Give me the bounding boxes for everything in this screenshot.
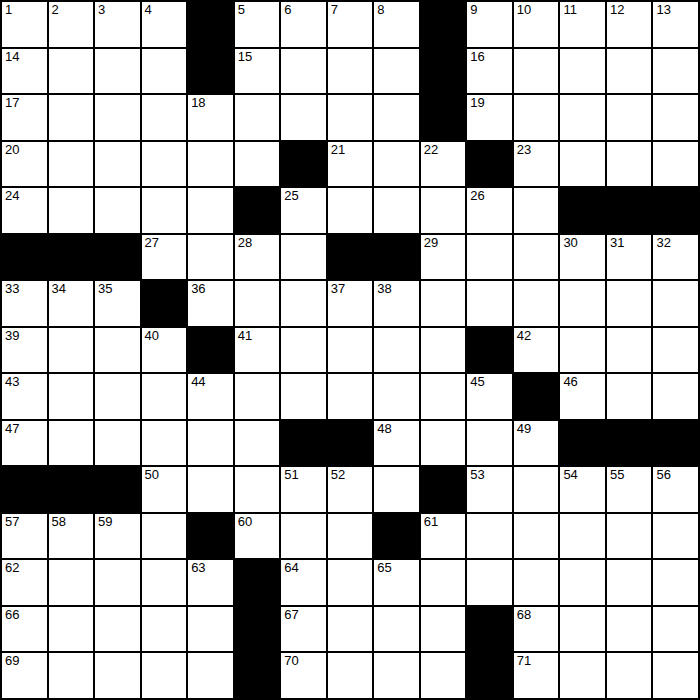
clue-number-23: 23 — [517, 142, 531, 157]
black-cell-r11c1 — [2, 467, 47, 512]
white-cell-r3c8[interactable] — [328, 95, 373, 140]
white-cell-r15c7[interactable]: 70 — [281, 653, 326, 698]
white-cell-r3c5[interactable]: 18 — [188, 95, 233, 140]
white-cell-r14c15[interactable] — [653, 607, 698, 652]
white-cell-r2c8[interactable] — [328, 49, 373, 94]
white-cell-r2c2[interactable] — [49, 49, 94, 94]
white-cell-r6c15[interactable]: 32 — [653, 235, 698, 280]
white-cell-r10c1[interactable]: 47 — [2, 421, 47, 466]
white-cell-r1c7[interactable]: 6 — [281, 2, 326, 47]
white-cell-r9c15[interactable] — [653, 374, 698, 419]
clue-number-65: 65 — [377, 560, 391, 575]
white-cell-r15c12[interactable]: 71 — [514, 653, 559, 698]
white-cell-r8c15[interactable] — [653, 328, 698, 373]
white-cell-r2c6[interactable]: 15 — [235, 49, 280, 94]
white-cell-r3c12[interactable] — [514, 95, 559, 140]
white-cell-r13c14[interactable] — [607, 560, 652, 605]
clue-number-56: 56 — [656, 467, 670, 482]
clue-number-45: 45 — [470, 374, 484, 389]
white-cell-r15c8[interactable] — [328, 653, 373, 698]
white-cell-r11c4[interactable]: 50 — [142, 467, 187, 512]
black-cell-r8c11 — [467, 328, 512, 373]
white-cell-r9c5[interactable]: 44 — [188, 374, 233, 419]
white-cell-r14c2[interactable] — [49, 607, 94, 652]
white-cell-r4c2[interactable] — [49, 142, 94, 187]
white-cell-r1c1[interactable]: 1 — [2, 2, 47, 47]
white-cell-r1c9[interactable]: 8 — [374, 2, 419, 47]
white-cell-r14c8[interactable] — [328, 607, 373, 652]
clue-number-37: 37 — [331, 281, 345, 296]
white-cell-r11c13[interactable]: 54 — [560, 467, 605, 512]
white-cell-r14c13[interactable] — [560, 607, 605, 652]
white-cell-r3c11[interactable]: 19 — [467, 95, 512, 140]
clue-number-10: 10 — [517, 2, 531, 17]
white-cell-r12c7[interactable] — [281, 514, 326, 559]
black-cell-r6c2 — [49, 235, 94, 280]
white-cell-r12c1[interactable]: 57 — [2, 514, 47, 559]
white-cell-r12c3[interactable]: 59 — [95, 514, 140, 559]
white-cell-r4c1[interactable]: 20 — [2, 142, 47, 187]
white-cell-r1c4[interactable]: 4 — [142, 2, 187, 47]
white-cell-r10c2[interactable] — [49, 421, 94, 466]
black-cell-r8c5 — [188, 328, 233, 373]
white-cell-r15c2[interactable] — [49, 653, 94, 698]
white-cell-r4c8[interactable]: 21 — [328, 142, 373, 187]
clue-number-40: 40 — [145, 328, 159, 343]
clue-number-69: 69 — [5, 653, 19, 668]
white-cell-r4c13[interactable] — [560, 142, 605, 187]
clue-number-3: 3 — [98, 2, 105, 17]
white-cell-r6c13[interactable]: 30 — [560, 235, 605, 280]
white-cell-r13c4[interactable] — [142, 560, 187, 605]
white-cell-r12c8[interactable] — [328, 514, 373, 559]
black-cell-r14c6 — [235, 607, 280, 652]
white-cell-r4c4[interactable] — [142, 142, 187, 187]
clue-number-60: 60 — [238, 514, 252, 529]
white-cell-r1c14[interactable]: 12 — [607, 2, 652, 47]
clue-number-57: 57 — [5, 514, 19, 529]
white-cell-r6c11[interactable] — [467, 235, 512, 280]
white-cell-r4c12[interactable]: 23 — [514, 142, 559, 187]
black-cell-r10c7 — [281, 421, 326, 466]
white-cell-r2c9[interactable] — [374, 49, 419, 94]
white-cell-r14c5[interactable] — [188, 607, 233, 652]
white-cell-r10c6[interactable] — [235, 421, 280, 466]
white-cell-r15c4[interactable] — [142, 653, 187, 698]
white-cell-r15c10[interactable] — [421, 653, 466, 698]
white-cell-r5c11[interactable]: 26 — [467, 188, 512, 233]
clue-number-5: 5 — [238, 2, 245, 17]
clue-number-43: 43 — [5, 374, 19, 389]
white-cell-r15c13[interactable] — [560, 653, 605, 698]
black-cell-r10c8 — [328, 421, 373, 466]
black-cell-r7c4 — [142, 281, 187, 326]
white-cell-r1c8[interactable]: 7 — [328, 2, 373, 47]
white-cell-r13c11[interactable] — [467, 560, 512, 605]
white-cell-r8c3[interactable] — [95, 328, 140, 373]
white-cell-r10c11[interactable] — [467, 421, 512, 466]
white-cell-r9c14[interactable] — [607, 374, 652, 419]
white-cell-r3c14[interactable] — [607, 95, 652, 140]
black-cell-r15c6 — [235, 653, 280, 698]
white-cell-r13c15[interactable] — [653, 560, 698, 605]
clue-number-61: 61 — [424, 514, 438, 529]
clue-number-39: 39 — [5, 328, 19, 343]
black-cell-r6c1 — [2, 235, 47, 280]
clue-number-33: 33 — [5, 281, 19, 296]
white-cell-r9c1[interactable]: 43 — [2, 374, 47, 419]
clue-number-46: 46 — [563, 374, 577, 389]
white-cell-r8c14[interactable] — [607, 328, 652, 373]
black-cell-r9c12 — [514, 374, 559, 419]
clue-number-44: 44 — [191, 374, 205, 389]
white-cell-r7c12[interactable] — [514, 281, 559, 326]
black-cell-r14c11 — [467, 607, 512, 652]
white-cell-r10c10[interactable] — [421, 421, 466, 466]
clue-number-53: 53 — [470, 467, 484, 482]
white-cell-r11c14[interactable]: 55 — [607, 467, 652, 512]
white-cell-r7c3[interactable]: 35 — [95, 281, 140, 326]
white-cell-r8c8[interactable] — [328, 328, 373, 373]
white-cell-r15c14[interactable] — [607, 653, 652, 698]
white-cell-r14c10[interactable] — [421, 607, 466, 652]
white-cell-r11c15[interactable]: 56 — [653, 467, 698, 512]
white-cell-r10c12[interactable]: 49 — [514, 421, 559, 466]
white-cell-r4c5[interactable] — [188, 142, 233, 187]
clue-number-63: 63 — [191, 560, 205, 575]
white-cell-r5c10[interactable] — [421, 188, 466, 233]
clue-number-16: 16 — [470, 49, 484, 64]
white-cell-r1c3[interactable]: 3 — [95, 2, 140, 47]
clue-number-52: 52 — [331, 467, 345, 482]
white-cell-r9c9[interactable] — [374, 374, 419, 419]
clue-number-36: 36 — [191, 281, 205, 296]
clue-number-47: 47 — [5, 421, 19, 436]
white-cell-r11c11[interactable]: 53 — [467, 467, 512, 512]
white-cell-r12c4[interactable] — [142, 514, 187, 559]
white-cell-r3c6[interactable] — [235, 95, 280, 140]
white-cell-r7c15[interactable] — [653, 281, 698, 326]
clue-number-18: 18 — [191, 95, 205, 110]
white-cell-r9c2[interactable] — [49, 374, 94, 419]
clue-number-35: 35 — [98, 281, 112, 296]
white-cell-r3c3[interactable] — [95, 95, 140, 140]
black-cell-r11c2 — [49, 467, 94, 512]
clue-number-70: 70 — [284, 653, 298, 668]
white-cell-r14c14[interactable] — [607, 607, 652, 652]
white-cell-r2c7[interactable] — [281, 49, 326, 94]
black-cell-r6c3 — [95, 235, 140, 280]
clue-number-41: 41 — [238, 328, 252, 343]
clue-number-26: 26 — [470, 188, 484, 203]
clue-number-62: 62 — [5, 560, 19, 575]
white-cell-r12c12[interactable] — [514, 514, 559, 559]
black-cell-r4c11 — [467, 142, 512, 187]
clue-number-21: 21 — [331, 142, 345, 157]
black-cell-r1c10 — [421, 2, 466, 47]
white-cell-r9c13[interactable]: 46 — [560, 374, 605, 419]
white-cell-r12c2[interactable]: 58 — [49, 514, 94, 559]
white-cell-r12c11[interactable] — [467, 514, 512, 559]
clue-number-50: 50 — [145, 467, 159, 482]
white-cell-r12c14[interactable] — [607, 514, 652, 559]
clue-number-14: 14 — [5, 49, 19, 64]
white-cell-r7c10[interactable] — [421, 281, 466, 326]
white-cell-r15c9[interactable] — [374, 653, 419, 698]
white-cell-r2c14[interactable] — [607, 49, 652, 94]
black-cell-r5c15 — [653, 188, 698, 233]
black-cell-r10c13 — [560, 421, 605, 466]
black-cell-r15c11 — [467, 653, 512, 698]
clue-number-58: 58 — [52, 514, 66, 529]
white-cell-r6c10[interactable]: 29 — [421, 235, 466, 280]
clue-number-4: 4 — [145, 2, 152, 17]
clue-number-28: 28 — [238, 235, 252, 250]
white-cell-r14c3[interactable] — [95, 607, 140, 652]
clue-number-11: 11 — [563, 2, 577, 17]
white-cell-r1c13[interactable]: 11 — [560, 2, 605, 47]
white-cell-r12c13[interactable] — [560, 514, 605, 559]
white-cell-r3c13[interactable] — [560, 95, 605, 140]
clue-number-71: 71 — [517, 653, 531, 668]
black-cell-r2c10 — [421, 49, 466, 94]
white-cell-r1c2[interactable]: 2 — [49, 2, 94, 47]
white-cell-r8c7[interactable] — [281, 328, 326, 373]
white-cell-r9c6[interactable] — [235, 374, 280, 419]
black-cell-r2c5 — [188, 49, 233, 94]
white-cell-r12c10[interactable]: 61 — [421, 514, 466, 559]
white-cell-r11c8[interactable]: 52 — [328, 467, 373, 512]
black-cell-r5c13 — [560, 188, 605, 233]
white-cell-r7c13[interactable] — [560, 281, 605, 326]
black-cell-r6c9 — [374, 235, 419, 280]
white-cell-r1c6[interactable]: 5 — [235, 2, 280, 47]
white-cell-r7c9[interactable]: 38 — [374, 281, 419, 326]
clue-number-13: 13 — [656, 2, 670, 17]
white-cell-r5c2[interactable] — [49, 188, 94, 233]
white-cell-r15c5[interactable] — [188, 653, 233, 698]
white-cell-r9c8[interactable] — [328, 374, 373, 419]
white-cell-r4c9[interactable] — [374, 142, 419, 187]
white-cell-r6c6[interactable]: 28 — [235, 235, 280, 280]
white-cell-r14c4[interactable] — [142, 607, 187, 652]
white-cell-r11c7[interactable]: 51 — [281, 467, 326, 512]
white-cell-r14c7[interactable]: 67 — [281, 607, 326, 652]
white-cell-r9c4[interactable] — [142, 374, 187, 419]
black-cell-r11c10 — [421, 467, 466, 512]
white-cell-r3c1[interactable]: 17 — [2, 95, 47, 140]
clue-number-68: 68 — [517, 607, 531, 622]
clue-number-54: 54 — [563, 467, 577, 482]
white-cell-r3c9[interactable] — [374, 95, 419, 140]
white-cell-r13c1[interactable]: 62 — [2, 560, 47, 605]
white-cell-r7c7[interactable] — [281, 281, 326, 326]
white-cell-r8c13[interactable] — [560, 328, 605, 373]
white-cell-r8c10[interactable] — [421, 328, 466, 373]
white-cell-r5c4[interactable] — [142, 188, 187, 233]
white-cell-r6c5[interactable] — [188, 235, 233, 280]
white-cell-r12c15[interactable] — [653, 514, 698, 559]
black-cell-r4c7 — [281, 142, 326, 187]
white-cell-r5c7[interactable]: 25 — [281, 188, 326, 233]
clue-number-9: 9 — [470, 2, 477, 17]
white-cell-r3c15[interactable] — [653, 95, 698, 140]
black-cell-r10c15 — [653, 421, 698, 466]
white-cell-r5c1[interactable]: 24 — [2, 188, 47, 233]
white-cell-r13c12[interactable] — [514, 560, 559, 605]
white-cell-r14c12[interactable]: 68 — [514, 607, 559, 652]
clue-number-19: 19 — [470, 95, 484, 110]
black-cell-r6c8 — [328, 235, 373, 280]
white-cell-r2c3[interactable] — [95, 49, 140, 94]
white-cell-r1c15[interactable]: 13 — [653, 2, 698, 47]
white-cell-r4c10[interactable]: 22 — [421, 142, 466, 187]
clue-number-48: 48 — [377, 421, 391, 436]
white-cell-r7c2[interactable]: 34 — [49, 281, 94, 326]
black-cell-r5c6 — [235, 188, 280, 233]
white-cell-r9c11[interactable]: 45 — [467, 374, 512, 419]
clue-number-32: 32 — [656, 235, 670, 250]
white-cell-r8c9[interactable] — [374, 328, 419, 373]
white-cell-r2c13[interactable] — [560, 49, 605, 94]
clue-number-7: 7 — [331, 2, 338, 17]
white-cell-r6c7[interactable] — [281, 235, 326, 280]
clue-number-29: 29 — [424, 235, 438, 250]
white-cell-r4c14[interactable] — [607, 142, 652, 187]
white-cell-r2c4[interactable] — [142, 49, 187, 94]
white-cell-r15c3[interactable] — [95, 653, 140, 698]
clue-number-20: 20 — [5, 142, 19, 157]
white-cell-r6c14[interactable]: 31 — [607, 235, 652, 280]
clue-number-2: 2 — [52, 2, 59, 17]
white-cell-r7c6[interactable] — [235, 281, 280, 326]
white-cell-r8c6[interactable]: 41 — [235, 328, 280, 373]
white-cell-r5c3[interactable] — [95, 188, 140, 233]
white-cell-r13c3[interactable] — [95, 560, 140, 605]
crossword-board: 1234567891011121314151617181920212223242… — [0, 0, 700, 700]
clue-number-6: 6 — [284, 2, 291, 17]
clue-number-42: 42 — [517, 328, 531, 343]
black-cell-r12c5 — [188, 514, 233, 559]
black-cell-r1c5 — [188, 2, 233, 47]
white-cell-r13c13[interactable] — [560, 560, 605, 605]
black-cell-r12c9 — [374, 514, 419, 559]
white-cell-r13c5[interactable]: 63 — [188, 560, 233, 605]
clue-number-51: 51 — [284, 467, 298, 482]
white-cell-r10c5[interactable] — [188, 421, 233, 466]
white-cell-r13c2[interactable] — [49, 560, 94, 605]
white-cell-r11c6[interactable] — [235, 467, 280, 512]
white-cell-r9c10[interactable] — [421, 374, 466, 419]
clue-number-22: 22 — [424, 142, 438, 157]
clue-number-31: 31 — [610, 235, 624, 250]
white-cell-r5c9[interactable] — [374, 188, 419, 233]
clue-number-17: 17 — [5, 95, 19, 110]
clue-number-49: 49 — [517, 421, 531, 436]
black-cell-r11c3 — [95, 467, 140, 512]
white-cell-r6c12[interactable] — [514, 235, 559, 280]
white-cell-r5c8[interactable] — [328, 188, 373, 233]
clue-number-67: 67 — [284, 607, 298, 622]
white-cell-r13c7[interactable]: 64 — [281, 560, 326, 605]
white-cell-r10c9[interactable]: 48 — [374, 421, 419, 466]
white-cell-r4c6[interactable] — [235, 142, 280, 187]
white-cell-r2c11[interactable]: 16 — [467, 49, 512, 94]
white-cell-r4c15[interactable] — [653, 142, 698, 187]
white-cell-r7c5[interactable]: 36 — [188, 281, 233, 326]
white-cell-r9c3[interactable] — [95, 374, 140, 419]
white-cell-r3c2[interactable] — [49, 95, 94, 140]
white-cell-r10c3[interactable] — [95, 421, 140, 466]
white-cell-r2c15[interactable] — [653, 49, 698, 94]
white-cell-r12c6[interactable]: 60 — [235, 514, 280, 559]
clue-number-8: 8 — [377, 2, 384, 17]
white-cell-r15c15[interactable] — [653, 653, 698, 698]
white-cell-r7c11[interactable] — [467, 281, 512, 326]
white-cell-r7c14[interactable] — [607, 281, 652, 326]
clue-number-25: 25 — [284, 188, 298, 203]
clue-number-55: 55 — [610, 467, 624, 482]
clue-number-12: 12 — [610, 2, 624, 17]
white-cell-r6c4[interactable]: 27 — [142, 235, 187, 280]
white-cell-r5c12[interactable] — [514, 188, 559, 233]
white-cell-r1c11[interactable]: 9 — [467, 2, 512, 47]
white-cell-r14c1[interactable]: 66 — [2, 607, 47, 652]
clue-number-59: 59 — [98, 514, 112, 529]
white-cell-r7c8[interactable]: 37 — [328, 281, 373, 326]
white-cell-r10c4[interactable] — [142, 421, 187, 466]
clue-number-30: 30 — [563, 235, 577, 250]
white-cell-r7c1[interactable]: 33 — [2, 281, 47, 326]
white-cell-r3c4[interactable] — [142, 95, 187, 140]
white-cell-r8c4[interactable]: 40 — [142, 328, 187, 373]
clue-number-15: 15 — [238, 49, 252, 64]
clue-number-27: 27 — [145, 235, 159, 250]
white-cell-r1c12[interactable]: 10 — [514, 2, 559, 47]
black-cell-r13c6 — [235, 560, 280, 605]
black-cell-r10c14 — [607, 421, 652, 466]
white-cell-r2c12[interactable] — [514, 49, 559, 94]
white-cell-r13c8[interactable] — [328, 560, 373, 605]
clue-number-1: 1 — [5, 2, 12, 17]
white-cell-r9c7[interactable] — [281, 374, 326, 419]
white-cell-r11c5[interactable] — [188, 467, 233, 512]
black-cell-r5c14 — [607, 188, 652, 233]
white-cell-r8c1[interactable]: 39 — [2, 328, 47, 373]
white-cell-r13c9[interactable]: 65 — [374, 560, 419, 605]
black-cell-r3c10 — [421, 95, 466, 140]
clue-number-24: 24 — [5, 188, 19, 203]
white-cell-r13c10[interactable] — [421, 560, 466, 605]
white-cell-r11c9[interactable] — [374, 467, 419, 512]
white-cell-r15c1[interactable]: 69 — [2, 653, 47, 698]
white-cell-r3c7[interactable] — [281, 95, 326, 140]
white-cell-r8c12[interactable]: 42 — [514, 328, 559, 373]
white-cell-r5c5[interactable] — [188, 188, 233, 233]
clue-number-38: 38 — [377, 281, 391, 296]
white-cell-r4c3[interactable] — [95, 142, 140, 187]
white-cell-r11c12[interactable] — [514, 467, 559, 512]
white-cell-r14c9[interactable] — [374, 607, 419, 652]
white-cell-r2c1[interactable]: 14 — [2, 49, 47, 94]
clue-number-66: 66 — [5, 607, 19, 622]
clue-number-34: 34 — [52, 281, 66, 296]
white-cell-r8c2[interactable] — [49, 328, 94, 373]
clue-number-64: 64 — [284, 560, 298, 575]
